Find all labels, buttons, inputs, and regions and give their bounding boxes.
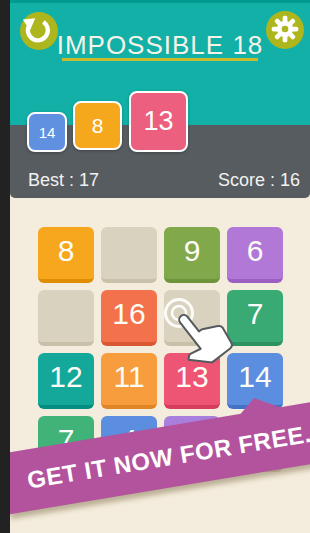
page-title: IMPOSSIBLE 18	[10, 30, 310, 61]
queue-tile-medium: 8	[73, 101, 122, 150]
board-cell-r1c2[interactable]	[101, 227, 157, 283]
board-cell-r3c1[interactable]: 12	[38, 353, 94, 409]
board-cell-r3c3[interactable]: 13	[164, 353, 220, 409]
current-score-label: Score : 16	[218, 170, 300, 191]
best-score-label: Best : 17	[28, 170, 99, 191]
board-cell-r1c1[interactable]: 8	[38, 227, 94, 283]
board-cell-r2c3[interactable]	[164, 290, 220, 346]
board-cell-r2c1[interactable]	[38, 290, 94, 346]
gear-icon	[266, 10, 304, 51]
board-cell-r1c3[interactable]: 9	[164, 227, 220, 283]
settings-button[interactable]	[266, 11, 304, 49]
title-underline	[62, 58, 258, 61]
queue-tile-small: 14	[27, 112, 67, 152]
board-cell-r2c2[interactable]: 16	[101, 290, 157, 346]
board-cell-r2c4[interactable]: 7	[227, 290, 283, 346]
game-screen: IMPOSSIBLE 18	[10, 0, 310, 533]
board-cell-r1c4[interactable]: 6	[227, 227, 283, 283]
queue-tile-next: 13	[129, 91, 188, 152]
status-bar	[10, 0, 310, 3]
board-cell-r3c2[interactable]: 11	[101, 353, 157, 409]
